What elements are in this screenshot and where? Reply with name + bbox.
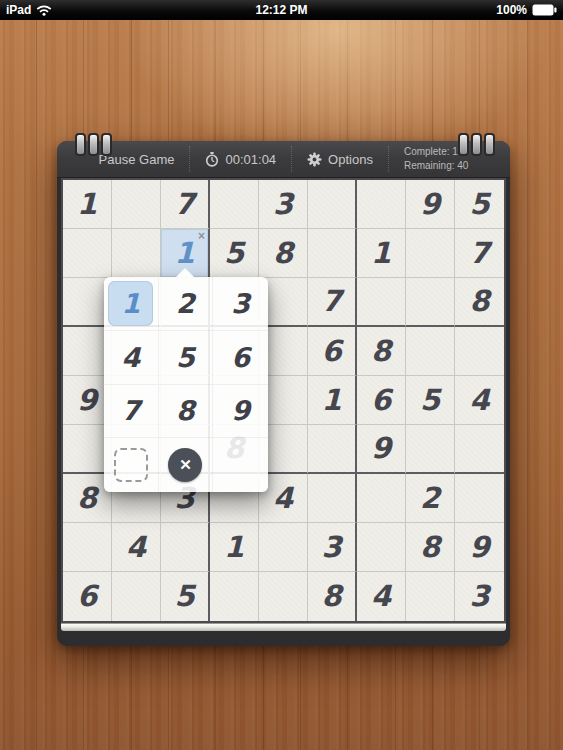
cell-r8c8[interactable]: 3 (455, 572, 504, 621)
cell-digit: 8 (469, 287, 489, 316)
battery-percent-label: 100% (496, 3, 527, 17)
picker-digit-label: 2 (176, 290, 195, 317)
timer-value: 00:01:04 (225, 152, 276, 167)
picker-grid: 123456789✕ (104, 277, 268, 492)
cell-digit: 4 (469, 386, 489, 415)
cell-r0c1[interactable] (112, 180, 161, 229)
cell-digit: 7 (174, 190, 194, 219)
cell-r8c1[interactable] (112, 572, 161, 621)
timer-display: 00:01:04 (205, 152, 276, 167)
cell-r7c1[interactable]: 4 (112, 523, 161, 572)
cell-digit: 5 (469, 190, 489, 219)
options-button[interactable]: Options (307, 152, 373, 167)
cell-digit: 5 (224, 239, 244, 268)
cell-r7c4[interactable] (259, 523, 308, 572)
cell-digit: 8 (273, 239, 293, 268)
picker-digit-label: 4 (121, 344, 140, 371)
cell-r0c5[interactable] (308, 180, 357, 229)
cell-r4c5[interactable]: 1 (308, 376, 357, 425)
cell-digit: 9 (371, 434, 391, 463)
binder-ring-icon (471, 133, 482, 156)
cell-digit: 7 (469, 239, 489, 268)
cell-r0c2[interactable]: 7 (161, 180, 210, 229)
cell-digit: 5 (174, 582, 194, 611)
cell-r4c7[interactable]: 5 (406, 376, 455, 425)
binder-ring-icon (101, 133, 112, 156)
toolbar-separator (291, 146, 292, 172)
cell-digit: 6 (77, 582, 97, 611)
cell-r7c8[interactable]: 9 (455, 523, 504, 572)
cell-r8c2[interactable]: 5 (161, 572, 210, 621)
cell-r1c6[interactable]: 1 (357, 229, 406, 278)
cell-r8c3[interactable] (210, 572, 259, 621)
picker-digit-4[interactable]: 4 (104, 331, 159, 385)
picker-selected-chip: 1 (108, 281, 153, 326)
picker-digit-2[interactable]: 2 (159, 277, 214, 331)
cell-r7c0[interactable] (63, 523, 112, 572)
carrier-label: iPad (6, 3, 31, 17)
deselect-cell-icon[interactable]: × (198, 229, 205, 243)
cell-r0c8[interactable]: 5 (455, 180, 504, 229)
picker-digit-label: 8 (176, 397, 195, 424)
cell-digit: 5 (420, 386, 440, 415)
picker-digit-label: 6 (231, 344, 250, 371)
cell-digit: 8 (371, 337, 391, 366)
binder-ring-icon (458, 133, 469, 156)
cell-digit: 6 (321, 337, 341, 366)
cell-r3c8[interactable] (455, 327, 504, 376)
cell-r7c5[interactable]: 3 (308, 523, 357, 572)
cell-r2c6[interactable] (357, 278, 406, 327)
cell-r3c6[interactable]: 8 (357, 327, 406, 376)
cell-digit: 9 (77, 386, 97, 415)
binder-ring-icon (88, 133, 99, 156)
erase-button[interactable]: ✕ (159, 438, 214, 492)
game-toolbar: Pause Game 00:01:04 (57, 141, 510, 178)
picker-digit-label: 9 (231, 397, 250, 424)
cell-digit: 8 (420, 533, 440, 562)
cell-r8c7[interactable] (406, 572, 455, 621)
erase-x-icon: ✕ (168, 448, 202, 482)
options-label: Options (328, 152, 373, 167)
cell-digit: 6 (371, 386, 391, 415)
remaining-count: Remaining: 40 (404, 159, 468, 173)
cell-digit: 8 (77, 484, 97, 513)
cell-r6c7[interactable]: 2 (406, 474, 455, 523)
cell-digit: 3 (321, 533, 341, 562)
picker-digit-3[interactable]: 3 (213, 277, 268, 331)
stopwatch-icon (205, 152, 219, 167)
cell-r7c3[interactable]: 1 (210, 523, 259, 572)
cell-r1c8[interactable]: 7 (455, 229, 504, 278)
picker-digit-5[interactable]: 5 (159, 331, 214, 385)
clock-label: 12:12 PM (0, 3, 563, 17)
cell-digit: 1 (371, 239, 391, 268)
pencil-marks-button[interactable] (104, 438, 159, 492)
cell-digit: 8 (321, 582, 341, 611)
cell-digit: 4 (126, 533, 146, 562)
cell-r1c0[interactable] (63, 229, 112, 278)
wifi-icon (36, 5, 52, 16)
binder-ring-icon (75, 133, 86, 156)
cell-r6c5[interactable] (308, 474, 357, 523)
cell-digit: 3 (273, 190, 293, 219)
cell-r2c8[interactable]: 8 (455, 278, 504, 327)
cell-r6c6[interactable] (357, 474, 406, 523)
picker-digit-label: 5 (176, 344, 195, 371)
cell-r8c6[interactable]: 4 (357, 572, 406, 621)
cell-digit: 9 (469, 533, 489, 562)
cell-digit: 7 (321, 287, 341, 316)
cell-r8c0[interactable]: 6 (63, 572, 112, 621)
number-picker-popup: 123456789✕ (104, 277, 268, 492)
cell-digit: 1 (174, 239, 194, 268)
cell-digit: 9 (420, 190, 440, 219)
cell-r8c5[interactable]: 8 (308, 572, 357, 621)
cell-r1c7[interactable] (406, 229, 455, 278)
cell-r4c6[interactable]: 6 (357, 376, 406, 425)
cell-r0c4[interactable]: 3 (259, 180, 308, 229)
cell-r1c3[interactable]: 5 (210, 229, 259, 278)
picker-digit-7[interactable]: 7 (104, 385, 159, 439)
cell-r7c2[interactable] (161, 523, 210, 572)
pencil-marks-icon (114, 448, 148, 482)
cell-r2c7[interactable] (406, 278, 455, 327)
cell-r0c6[interactable] (357, 180, 406, 229)
paper-stack-edge (61, 623, 506, 631)
cell-r5c8[interactable] (455, 425, 504, 474)
status-bar: iPad 12:12 PM 100% (0, 0, 563, 20)
cell-r3c5[interactable]: 6 (308, 327, 357, 376)
cell-r0c7[interactable]: 9 (406, 180, 455, 229)
cell-r5c6[interactable]: 9 (357, 425, 406, 474)
cell-r0c0[interactable]: 1 (63, 180, 112, 229)
cell-r5c7[interactable] (406, 425, 455, 474)
picker-digit-label: 7 (121, 397, 140, 424)
picker-digit-9[interactable]: 9 (213, 385, 268, 439)
cell-r1c1[interactable] (112, 229, 161, 278)
cell-digit: 1 (224, 533, 244, 562)
cell-digit: 4 (371, 582, 391, 611)
cell-r1c5[interactable] (308, 229, 357, 278)
cell-r0c3[interactable] (210, 180, 259, 229)
cell-r3c7[interactable] (406, 327, 455, 376)
picker-digit-6[interactable]: 6 (213, 331, 268, 385)
binder-ring-icon (484, 133, 495, 156)
picker-digit-8[interactable]: 8 (159, 385, 214, 439)
picker-digit-1[interactable]: 1 (104, 277, 159, 331)
cell-digit: 1 (77, 190, 97, 219)
cell-r2c5[interactable]: 7 (308, 278, 357, 327)
popup-arrow (176, 268, 194, 277)
cell-r1c4[interactable]: 8 (259, 229, 308, 278)
cell-r8c4[interactable] (259, 572, 308, 621)
cell-digit: 2 (420, 484, 440, 513)
gear-icon (307, 152, 322, 167)
battery-icon (532, 4, 557, 16)
cell-r7c7[interactable]: 8 (406, 523, 455, 572)
cell-r4c8[interactable]: 4 (455, 376, 504, 425)
toolbar-separator (189, 146, 190, 172)
cell-digit: 1 (321, 386, 341, 415)
cell-r5c5[interactable] (308, 425, 357, 474)
cell-digit: 3 (469, 582, 489, 611)
cell-r7c6[interactable] (357, 523, 406, 572)
picker-digit-label: 1 (121, 290, 140, 317)
picker-digit-label: 3 (231, 290, 250, 317)
cell-digit: 4 (273, 484, 293, 513)
toolbar-separator (388, 146, 389, 172)
picker-empty-slot (213, 438, 268, 492)
cell-r6c8[interactable] (455, 474, 504, 523)
